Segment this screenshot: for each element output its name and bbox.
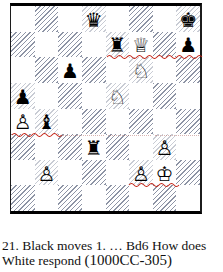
square-e8 <box>106 6 130 32</box>
square-e4 <box>106 109 130 135</box>
square-g4 <box>153 109 177 135</box>
squiggle-under-a4-b4 <box>12 132 59 136</box>
square-h8: ♚ <box>176 6 200 32</box>
square-g3: ♙ <box>153 134 177 160</box>
white-queen-f7: ♕ <box>132 35 150 55</box>
black-rook-d3: ♜ <box>85 138 103 158</box>
squiggle-under-rank7 <box>107 54 200 58</box>
squiggle-under-f2-g2 <box>129 182 176 186</box>
square-h5 <box>176 83 200 109</box>
square-e3 <box>106 134 130 160</box>
square-f3 <box>129 134 153 160</box>
square-h4 <box>176 109 200 135</box>
square-d7 <box>82 32 106 58</box>
square-f1 <box>129 185 153 211</box>
square-h6 <box>176 57 200 83</box>
square-a1 <box>11 185 35 211</box>
square-e6 <box>106 57 130 83</box>
black-rook-e7: ♜ <box>108 35 126 55</box>
square-a3 <box>11 134 35 160</box>
square-f8 <box>129 6 153 32</box>
square-h2 <box>176 160 200 186</box>
document-page: { "game": "chess", "position": { "fen": … <box>0 0 223 272</box>
caption-line-1: 21. Black moves 1. … Bd6 How does <box>2 238 221 253</box>
white-pawn-a4: ♙ <box>14 112 32 132</box>
white-knight-e5: ♘ <box>108 87 126 107</box>
square-e5: ♘ <box>106 83 130 109</box>
black-pawn-a5: ♟ <box>14 87 32 107</box>
square-g8 <box>153 6 177 32</box>
square-d4 <box>82 109 106 135</box>
square-a4: ♙ <box>11 109 35 135</box>
square-f6: ♘ <box>129 57 153 83</box>
black-king-h8: ♚ <box>179 10 197 30</box>
square-a7 <box>11 32 35 58</box>
square-h1 <box>176 185 200 211</box>
square-c8 <box>58 6 82 32</box>
square-c4 <box>58 109 82 135</box>
white-king-g2: ♔ <box>156 164 174 184</box>
square-a8 <box>11 6 35 32</box>
white-knight-f6: ♘ <box>132 61 150 81</box>
white-pawn-f2: ♙ <box>132 164 150 184</box>
square-d3: ♜ <box>82 134 106 160</box>
square-b2: ♙ <box>35 160 59 186</box>
square-b7 <box>35 32 59 58</box>
puzzle-caption: 21. Black moves 1. … Bd6 How does White … <box>2 238 221 268</box>
square-c6: ♟ <box>58 57 82 83</box>
square-b6 <box>35 57 59 83</box>
square-h3 <box>176 134 200 160</box>
square-b1 <box>35 185 59 211</box>
square-g6 <box>153 57 177 83</box>
black-queen-d8: ♛ <box>85 10 103 30</box>
black-pawn-c6: ♟ <box>61 61 79 81</box>
black-pawn-h7: ♟ <box>179 35 197 55</box>
white-pawn-g3: ♙ <box>156 138 174 158</box>
square-a2 <box>11 160 35 186</box>
square-c3 <box>58 134 82 160</box>
square-f4 <box>129 109 153 135</box>
faint-squiggle-rank4-a <box>60 135 104 136</box>
faint-squiggle-rank4-c <box>155 135 199 136</box>
puzzle-reference: (1000CC-305) <box>84 252 172 268</box>
square-d1 <box>82 185 106 211</box>
square-d6 <box>82 57 106 83</box>
square-b5 <box>35 83 59 109</box>
square-b8 <box>35 6 59 32</box>
square-e2 <box>106 160 130 186</box>
square-g5 <box>153 83 177 109</box>
chess-board: ♛♚♜♕♟♟♘♟♘♙♝♜♙♙♙♔ <box>11 6 200 211</box>
black-bishop-b4: ♝ <box>37 112 55 132</box>
square-b4: ♝ <box>35 109 59 135</box>
square-f5 <box>129 83 153 109</box>
square-c5 <box>58 83 82 109</box>
square-c1 <box>58 185 82 211</box>
square-a6 <box>11 57 35 83</box>
square-d8: ♛ <box>82 6 106 32</box>
square-d5 <box>82 83 106 109</box>
white-pawn-b2: ♙ <box>37 164 55 184</box>
square-c2 <box>58 160 82 186</box>
square-a5: ♟ <box>11 83 35 109</box>
square-g1 <box>153 185 177 211</box>
caption-line-2: White respond (1000CC-305) <box>2 253 221 268</box>
square-c7 <box>58 32 82 58</box>
square-e1 <box>106 185 130 211</box>
faint-squiggle-rank4-b <box>108 135 151 136</box>
square-d2 <box>82 160 106 186</box>
square-b3 <box>35 134 59 160</box>
